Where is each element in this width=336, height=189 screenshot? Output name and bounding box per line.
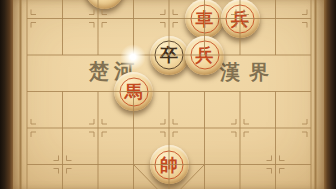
background-right-edge bbox=[324, 0, 336, 189]
board-grid-lines bbox=[0, 0, 336, 189]
xiangqi-game-screen: 楚河 漢界 車兵卒兵馬帥 bbox=[0, 0, 336, 189]
background-left-edge bbox=[0, 0, 13, 189]
